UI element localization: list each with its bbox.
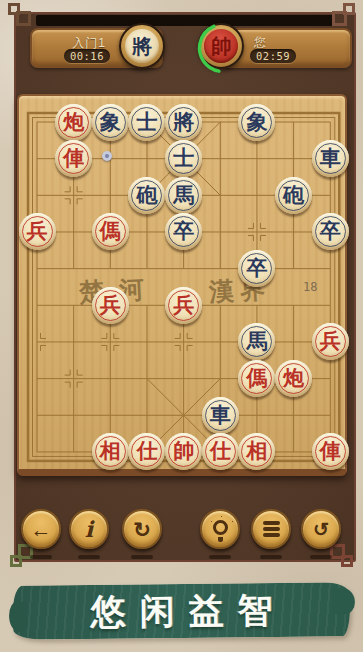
piece-red-r4c1[interactable]: 兵	[19, 213, 56, 250]
info-icon: i	[85, 516, 93, 542]
hint-button[interactable]	[200, 509, 240, 549]
piece-red-r7c9[interactable]: 兵	[312, 323, 349, 360]
move-counter: 18	[303, 280, 317, 294]
hint-bulb-icon	[213, 520, 228, 535]
undo-button[interactable]: ↺	[301, 509, 341, 549]
piece-red-r1c2[interactable]: 炮	[55, 104, 92, 141]
corner-ornament-icon	[330, 544, 345, 559]
restart-button[interactable]: ↻	[122, 509, 162, 549]
banner-text: 悠闲益智	[76, 586, 286, 635]
piece-red-r10c3[interactable]: 相	[92, 433, 129, 470]
piece-red-r6c3[interactable]: 兵	[92, 287, 129, 324]
piece-red-r6c5[interactable]: 兵	[165, 287, 202, 324]
piece-red-r10c9[interactable]: 俥	[312, 433, 349, 470]
back-arrow-icon: ←	[31, 519, 52, 540]
player-avatar: 帥	[198, 23, 244, 69]
bottom-banner: 悠闲益智	[13, 582, 351, 640]
piece-black-r1c5[interactable]: 將	[165, 104, 202, 141]
top-black-bar	[36, 15, 334, 26]
piece-red-r8c8[interactable]: 炮	[275, 360, 312, 397]
piece-black-r4c9[interactable]: 卒	[312, 213, 349, 250]
opponent-timer: 00:16	[64, 49, 110, 63]
opponent-avatar: 將	[119, 23, 165, 69]
turn-timer-ring-icon	[196, 21, 250, 75]
piece-red-r10c6[interactable]: 仕	[202, 433, 239, 470]
last-move-marker	[102, 151, 112, 161]
menu-button[interactable]	[251, 509, 291, 549]
piece-black-r3c8[interactable]: 砲	[275, 177, 312, 214]
piece-black-r3c5[interactable]: 馬	[165, 177, 202, 214]
app-screen: 入门1 00:16 將 您 02:59 帥 楚河 漢界 18 炮象士將象俥士車砲…	[0, 0, 363, 652]
menu-list-icon	[263, 521, 280, 537]
piece-black-r1c7[interactable]: 象	[238, 104, 275, 141]
piece-black-r1c4[interactable]: 士	[128, 104, 165, 141]
restart-cycle-icon: ↻	[133, 519, 151, 540]
piece-black-r2c9[interactable]: 車	[312, 140, 349, 177]
corner-ornament-icon	[332, 11, 347, 26]
corner-ornament-icon	[16, 11, 31, 26]
piece-black-r2c5[interactable]: 士	[165, 140, 202, 177]
back-button[interactable]: ←	[21, 509, 61, 549]
piece-black-r9c6[interactable]: 車	[202, 397, 239, 434]
undo-circular-arrow-icon: ↺	[313, 520, 329, 539]
xiangqi-board[interactable]: 楚河 漢界 18 炮象士將象俥士車砲馬砲兵傌卒卒卒兵兵馬兵傌炮車相仕帥仕相俥	[17, 94, 347, 476]
info-button[interactable]: i	[69, 509, 109, 549]
piece-black-r1c3[interactable]: 象	[92, 104, 129, 141]
black-general-piece-icon: 將	[125, 29, 159, 63]
player-timer: 02:59	[250, 49, 296, 63]
